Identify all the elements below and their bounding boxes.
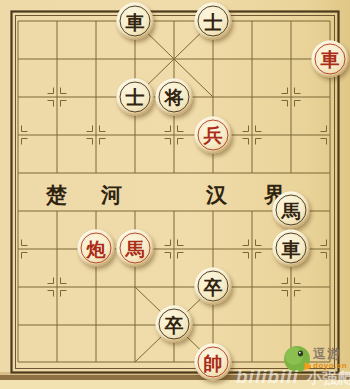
bilibili-caption-text: 小强爬过: [307, 369, 350, 388]
piece-red-horse-1[interactable]: 馬: [117, 230, 154, 267]
piece-glyph: 卒: [204, 267, 223, 305]
piece-black-soldier-2[interactable]: 卒: [156, 306, 193, 343]
piece-red-cannon-1[interactable]: 炮: [78, 230, 115, 267]
xiangqi-board-screenshot: 楚河 汉界 車士車士将兵馬炮馬車卒卒帥 逗游 doyo.cn bilibili …: [0, 0, 350, 389]
piece-black-advisor-2[interactable]: 士: [117, 78, 154, 115]
bilibili-watermark: bilibili 小强爬过: [236, 366, 350, 388]
piece-glyph: 士: [204, 2, 223, 40]
piece-glyph: 帥: [204, 343, 223, 381]
piece-glyph: 馬: [282, 191, 301, 229]
piece-glyph: 車: [321, 40, 340, 78]
piece-black-soldier-1[interactable]: 卒: [195, 268, 232, 305]
river-label-left: 楚河: [46, 181, 156, 209]
piece-black-chariot-1[interactable]: 車: [117, 3, 154, 40]
piece-glyph: 卒: [165, 305, 184, 343]
piece-glyph: 馬: [126, 229, 145, 267]
piece-glyph: 兵: [204, 116, 223, 154]
piece-glyph: 車: [126, 2, 145, 40]
piece-black-advisor-1[interactable]: 士: [195, 3, 232, 40]
piece-red-soldier-1[interactable]: 兵: [195, 116, 232, 153]
piece-glyph: 士: [126, 78, 145, 116]
piece-black-general[interactable]: 将: [156, 78, 193, 115]
piece-red-chariot-1[interactable]: 車: [312, 40, 349, 77]
bilibili-logo-text: bilibili: [236, 366, 299, 388]
piece-glyph: 車: [282, 229, 301, 267]
piece-red-general[interactable]: 帥: [195, 344, 232, 381]
piece-glyph: 将: [165, 78, 184, 116]
piece-black-chariot-2[interactable]: 車: [273, 230, 310, 267]
piece-black-horse-1[interactable]: 馬: [273, 192, 310, 229]
piece-glyph: 炮: [87, 229, 106, 267]
